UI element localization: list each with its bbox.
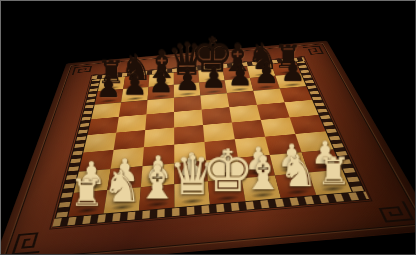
greek-key-ornament-icon <box>8 230 49 255</box>
square-h5[interactable] <box>284 100 318 118</box>
square-b1[interactable]: ♞ <box>104 187 141 213</box>
square-c5[interactable] <box>145 112 174 130</box>
black-pawn[interactable]: ♟ <box>148 69 173 97</box>
board-inlay-border: ♜♞♝♛♚♝♞♜♟♟♟♟♟♟♟♟♟♟♟♟♟♟♟♟♜♞♝♛♚♝♞♜ <box>52 57 369 228</box>
square-f1[interactable]: ♝ <box>241 175 280 201</box>
square-a6[interactable] <box>91 102 121 119</box>
black-pawn[interactable]: ♟ <box>122 71 147 99</box>
chess-board: ♜♞♝♛♚♝♞♜♟♟♟♟♟♟♟♟♟♟♟♟♟♟♟♟♜♞♝♛♚♝♞♜ <box>0 41 416 255</box>
white-rook[interactable]: ♜ <box>69 174 103 212</box>
square-b5[interactable] <box>116 114 146 132</box>
white-bishop[interactable]: ♝ <box>242 150 284 196</box>
square-e6[interactable] <box>200 93 229 109</box>
white-rook[interactable]: ♜ <box>316 153 350 191</box>
board-grid: ♜♞♝♛♚♝♞♜♟♟♟♟♟♟♟♟♟♟♟♟♟♟♟♟♜♞♝♛♚♝♞♜ <box>68 62 352 217</box>
screenshot-frame: ♜♞♝♛♚♝♞♜♟♟♟♟♟♟♟♟♟♟♟♟♟♟♟♟♜♞♝♛♚♝♞♜ <box>0 0 416 255</box>
square-a5[interactable] <box>87 117 118 135</box>
greek-key-ornament-icon <box>373 198 416 224</box>
square-b4[interactable] <box>114 130 146 150</box>
square-e5[interactable] <box>202 107 232 125</box>
black-pawn[interactable]: ♟ <box>201 64 226 92</box>
greek-key-ornament-icon <box>70 65 94 77</box>
square-f5[interactable] <box>229 105 261 123</box>
black-pawn[interactable]: ♟ <box>253 60 278 88</box>
black-pawn[interactable]: ♟ <box>227 62 252 90</box>
white-knight[interactable]: ♞ <box>102 165 141 209</box>
black-pawn[interactable]: ♟ <box>280 57 305 85</box>
square-g1[interactable]: ♞ <box>275 172 316 198</box>
black-pawn[interactable]: ♟ <box>95 73 120 101</box>
square-f6[interactable] <box>227 91 257 107</box>
white-knight[interactable]: ♞ <box>278 150 317 194</box>
black-pawn[interactable]: ♟ <box>174 66 199 94</box>
square-h4[interactable] <box>290 115 326 134</box>
square-e1[interactable]: ♚ <box>208 178 245 204</box>
